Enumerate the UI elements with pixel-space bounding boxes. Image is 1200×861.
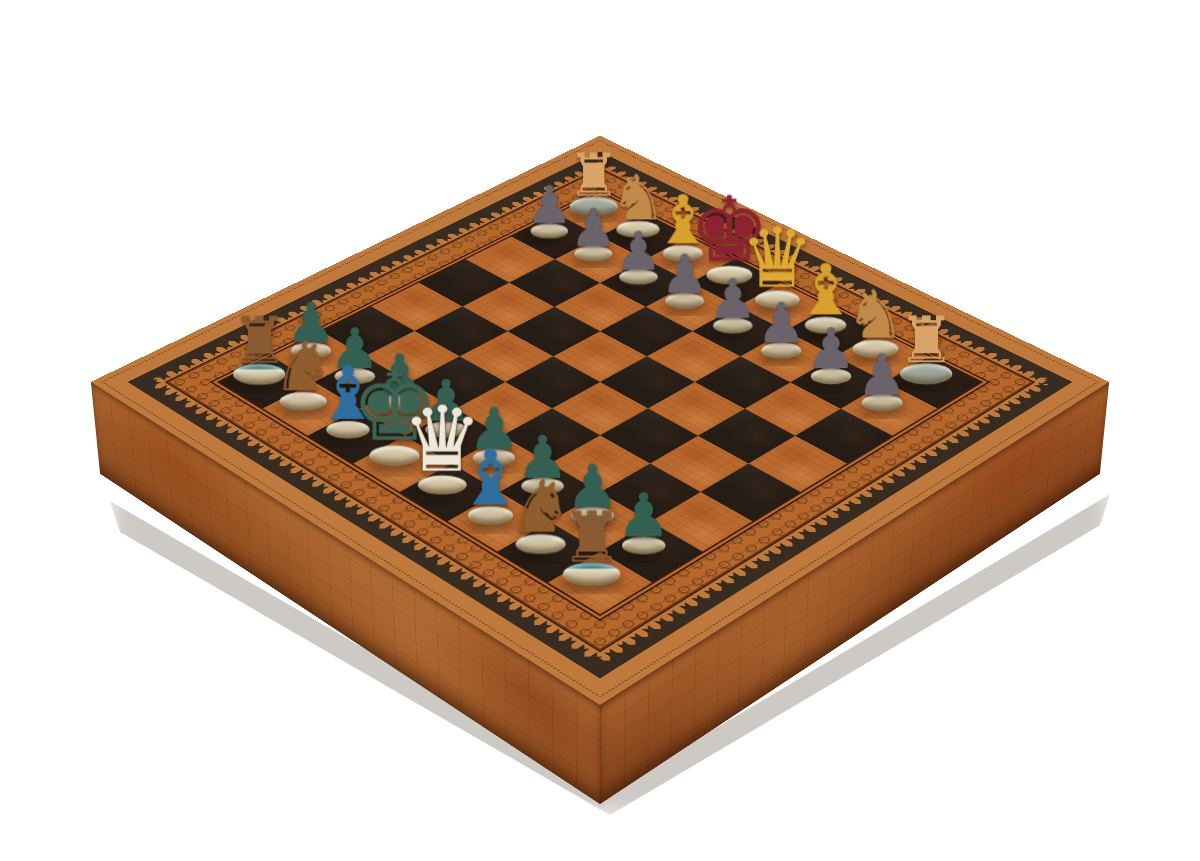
pawn-glyph: ♟ (801, 347, 963, 404)
rook-glyph: ♜ (504, 502, 680, 572)
greek-rook-figure: ♜ (504, 502, 680, 585)
chess-box: ♜♞♝♚♛♝♞♜♟♟♟♟♟♟♟♟♟♟♟♟♟♟♟♟♜♞♝♚♛♝♞♜ (91, 136, 1109, 705)
roman-pawn-figure: ♟ (801, 347, 963, 411)
product-photo-scene: ♜♞♝♚♛♝♞♜♟♟♟♟♟♟♟♟♟♟♟♟♟♟♟♟♜♞♝♚♛♝♞♜ (0, 0, 1200, 861)
perspective-stage: ♜♞♝♚♛♝♞♜♟♟♟♟♟♟♟♟♟♟♟♟♟♟♟♟♜♞♝♚♛♝♞♜ (0, 0, 1200, 861)
